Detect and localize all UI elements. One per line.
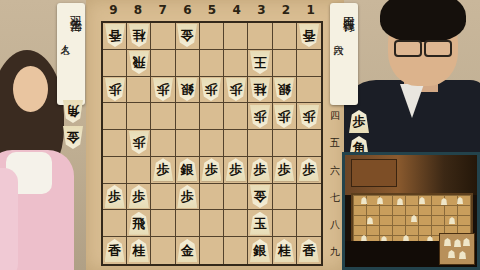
board-cell[interactable]: [224, 50, 248, 77]
rank-label: 七: [327, 184, 343, 211]
shogi-piece[interactable]: 歩: [153, 158, 173, 181]
board-cell[interactable]: 歩: [273, 157, 297, 184]
board-cell[interactable]: 歩: [273, 103, 297, 130]
piece-kanji: 歩: [108, 190, 121, 203]
shogi-piece[interactable]: 香: [105, 239, 125, 262]
piece-kanji: 香: [108, 244, 121, 257]
rank-label: 八: [327, 212, 343, 239]
board-cell[interactable]: [103, 103, 127, 130]
piece-kanji: 金: [181, 244, 194, 257]
piece-kanji: 桂: [132, 244, 145, 257]
shogi-piece[interactable]: 歩: [129, 131, 149, 154]
shogi-piece[interactable]: 歩: [177, 185, 197, 208]
piece-kanji: 歩: [278, 110, 291, 123]
shogi-piece[interactable]: 歩: [105, 185, 125, 208]
file-label: 3: [249, 2, 274, 19]
board-cell[interactable]: [273, 184, 297, 211]
piece-kanji: 飛: [132, 56, 145, 69]
shogi-piece[interactable]: 歩: [250, 158, 270, 181]
shogi-piece[interactable]: 桂: [250, 78, 270, 101]
board-cell[interactable]: [273, 23, 297, 50]
board-cell[interactable]: 桂: [248, 77, 272, 104]
shogi-piece[interactable]: 角: [63, 100, 83, 123]
board-cell[interactable]: [200, 50, 224, 77]
board-cell[interactable]: 金: [176, 23, 200, 50]
rank-label: 六: [327, 157, 343, 184]
shogi-piece[interactable]: 銀: [274, 78, 294, 101]
board-cell[interactable]: 飛: [127, 210, 151, 237]
shogi-piece[interactable]: 歩: [201, 78, 221, 101]
board-cell[interactable]: 歩: [151, 157, 175, 184]
shogi-piece[interactable]: 桂: [274, 239, 294, 262]
piece-kanji: 桂: [278, 244, 291, 257]
gote-player-name: 羽生善治: [67, 7, 84, 11]
shogi-piece[interactable]: 銀: [177, 158, 197, 181]
shogi-piece[interactable]: 歩: [105, 78, 125, 101]
board-cell[interactable]: [103, 130, 127, 157]
board-cell[interactable]: [200, 210, 224, 237]
piece-kanji: 歩: [181, 190, 194, 203]
file-label: 7: [150, 2, 175, 19]
gote-name-plate: 羽生善治 名人: [57, 3, 85, 105]
board-cell[interactable]: [297, 130, 321, 157]
board-cell[interactable]: [176, 130, 200, 157]
rank-label: 五: [327, 130, 343, 157]
board-cell[interactable]: [224, 184, 248, 211]
board-cell[interactable]: 歩: [248, 157, 272, 184]
board-cell[interactable]: [127, 103, 151, 130]
piece-kanji: 歩: [253, 110, 266, 123]
gote-hand-tray: 角金: [61, 100, 85, 149]
piece-kanji: 歩: [205, 83, 218, 96]
file-label: 8: [126, 2, 151, 19]
piece-kanji: 銀: [278, 83, 291, 96]
board-cell[interactable]: 歩: [297, 157, 321, 184]
board-cell[interactable]: 桂: [127, 237, 151, 264]
broadcast-frame: 987654321 香桂金香飛王歩歩銀歩歩桂銀歩歩歩歩歩銀歩歩歩歩歩歩歩歩金飛玉…: [0, 0, 480, 270]
file-label: 5: [200, 2, 225, 19]
board-cell[interactable]: 歩: [127, 130, 151, 157]
piece-kanji: 歩: [278, 163, 291, 176]
shogi-piece[interactable]: 歩: [226, 78, 246, 101]
shogi-piece[interactable]: 銀: [177, 78, 197, 101]
board-cell[interactable]: 歩: [103, 77, 127, 104]
board-cell[interactable]: [248, 130, 272, 157]
file-label: 9: [101, 2, 126, 19]
piece-kanji: 香: [302, 244, 315, 257]
piece-kanji: 桂: [132, 29, 145, 42]
board-cell[interactable]: 歩: [248, 103, 272, 130]
board-cell[interactable]: [151, 103, 175, 130]
shogi-piece[interactable]: 金: [177, 24, 197, 47]
piece-kanji: 歩: [229, 83, 242, 96]
board-cell[interactable]: [273, 130, 297, 157]
board-cell[interactable]: 香: [103, 23, 127, 50]
board-cell[interactable]: 銀: [273, 77, 297, 104]
rank-label: 九: [327, 239, 343, 266]
shogi-piece[interactable]: 香: [299, 24, 319, 47]
piece-kanji: 歩: [353, 115, 366, 128]
board-cell[interactable]: [127, 77, 151, 104]
board-cell[interactable]: 歩: [200, 77, 224, 104]
board-cell[interactable]: 歩: [127, 184, 151, 211]
file-label: 4: [224, 2, 249, 19]
board-grid: 香桂金香飛王歩歩銀歩歩桂銀歩歩歩歩歩銀歩歩歩歩歩歩歩歩金飛玉香桂金銀桂香: [101, 21, 323, 266]
hostess-face: [13, 66, 48, 112]
board-cell[interactable]: [224, 23, 248, 50]
shogi-piece[interactable]: 歩: [274, 158, 294, 181]
shogi-piece[interactable]: 歩: [349, 110, 369, 133]
shogi-piece[interactable]: 香: [299, 239, 319, 262]
board-cell[interactable]: [200, 130, 224, 157]
shogi-piece[interactable]: 飛: [129, 51, 149, 74]
board-cell[interactable]: [176, 210, 200, 237]
far-piece-stand: [351, 159, 397, 187]
board-cell[interactable]: 香: [103, 237, 127, 264]
shogi-piece[interactable]: 玉: [250, 212, 270, 235]
board-cell[interactable]: [297, 50, 321, 77]
board-cell[interactable]: [151, 184, 175, 211]
board-cell[interactable]: [151, 210, 175, 237]
board-cell[interactable]: 香: [297, 23, 321, 50]
player-hair: [380, 0, 466, 42]
rank-label: 四: [327, 103, 343, 130]
board-cell[interactable]: 歩: [224, 157, 248, 184]
board-cell[interactable]: 銀: [176, 77, 200, 104]
board-cell[interactable]: [151, 237, 175, 264]
piece-kanji: 香: [108, 29, 121, 42]
board-cell[interactable]: [200, 184, 224, 211]
board-cell[interactable]: 銀: [248, 237, 272, 264]
piece-kanji: 歩: [302, 163, 315, 176]
piece-kanji: 歩: [302, 110, 315, 123]
board-cell[interactable]: [103, 50, 127, 77]
board-cell[interactable]: 飛: [127, 50, 151, 77]
board-cell[interactable]: 香: [297, 237, 321, 264]
piece-kanji: 銀: [181, 163, 194, 176]
shogi-piece[interactable]: 金: [63, 126, 83, 149]
board-cell[interactable]: 歩: [297, 103, 321, 130]
board-cell[interactable]: 金: [248, 184, 272, 211]
shogi-piece[interactable]: 銀: [250, 239, 270, 262]
shogi-piece[interactable]: 歩: [201, 158, 221, 181]
shogi-piece[interactable]: 歩: [299, 105, 319, 128]
glasses-icon: [394, 40, 452, 54]
shogi-piece[interactable]: 歩: [274, 105, 294, 128]
shogi-piece[interactable]: 歩: [299, 158, 319, 181]
board-cell[interactable]: [103, 157, 127, 184]
piece-kanji: 歩: [132, 136, 145, 149]
shogi-piece[interactable]: 桂: [129, 239, 149, 262]
near-piece-stand: [439, 233, 475, 265]
piece-kanji: 銀: [181, 83, 194, 96]
board-cell[interactable]: [151, 23, 175, 50]
board-cell[interactable]: 歩: [224, 77, 248, 104]
board-cell[interactable]: [297, 210, 321, 237]
piece-kanji: 金: [253, 190, 266, 203]
piece-kanji: 金: [67, 131, 80, 144]
board-cell[interactable]: [200, 103, 224, 130]
board-cell[interactable]: [273, 50, 297, 77]
board-cell[interactable]: 王: [248, 50, 272, 77]
file-coordinates: 987654321: [101, 2, 323, 19]
piece-kanji: 歩: [205, 163, 218, 176]
board-cell[interactable]: [297, 77, 321, 104]
shogi-piece[interactable]: 歩: [153, 78, 173, 101]
shogi-piece[interactable]: 桂: [129, 24, 149, 47]
board-cell[interactable]: [127, 157, 151, 184]
piece-kanji: 歩: [253, 163, 266, 176]
board-cell[interactable]: [200, 23, 224, 50]
file-label: 1: [298, 2, 323, 19]
sente-name-plate: 窪田義行 六段: [330, 3, 358, 105]
board-diagram-panel: 987654321 香桂金香飛王歩歩銀歩歩桂銀歩歩歩歩歩銀歩歩歩歩歩歩歩歩金飛玉…: [86, 0, 344, 270]
board-cell[interactable]: [297, 184, 321, 211]
board-cell[interactable]: 歩: [151, 77, 175, 104]
board-cell[interactable]: 桂: [273, 237, 297, 264]
shogi-piece[interactable]: 金: [250, 185, 270, 208]
live-board-photo: [342, 152, 480, 270]
file-label: 2: [274, 2, 299, 19]
board-cell[interactable]: [273, 210, 297, 237]
board-cell[interactable]: [224, 237, 248, 264]
piece-kanji: 王: [253, 56, 266, 69]
board-cell[interactable]: [151, 50, 175, 77]
board-cell[interactable]: [248, 23, 272, 50]
piece-kanji: 歩: [157, 83, 170, 96]
shogi-piece[interactable]: 歩: [129, 185, 149, 208]
board-cell[interactable]: 桂: [127, 23, 151, 50]
board-cell[interactable]: 玉: [248, 210, 272, 237]
board-cell[interactable]: 歩: [176, 184, 200, 211]
board-cell[interactable]: [151, 130, 175, 157]
board-cell[interactable]: 歩: [103, 184, 127, 211]
shogi-piece[interactable]: 金: [177, 239, 197, 262]
piece-kanji: 歩: [108, 83, 121, 96]
piece-kanji: 香: [302, 29, 315, 42]
board-cell[interactable]: [224, 103, 248, 130]
piece-kanji: 歩: [229, 163, 242, 176]
board-cell[interactable]: [224, 210, 248, 237]
shogi-piece[interactable]: 歩: [226, 158, 246, 181]
hostess-cardigan: [0, 168, 18, 270]
piece-kanji: 銀: [253, 244, 266, 257]
shogi-piece[interactable]: 香: [105, 24, 125, 47]
board-cell[interactable]: [224, 130, 248, 157]
board-cell[interactable]: 銀: [176, 157, 200, 184]
piece-kanji: 歩: [157, 163, 170, 176]
board-cell[interactable]: [176, 50, 200, 77]
piece-kanji: 金: [181, 29, 194, 42]
board-cell[interactable]: 金: [176, 237, 200, 264]
shogi-piece[interactable]: 王: [250, 51, 270, 74]
board-cell[interactable]: [176, 103, 200, 130]
shogi-piece[interactable]: 歩: [250, 105, 270, 128]
piece-kanji: 歩: [132, 190, 145, 203]
shogi-piece[interactable]: 飛: [129, 212, 149, 235]
piece-kanji: 桂: [253, 83, 266, 96]
sente-player-name: 窪田義行: [340, 7, 357, 11]
board-cell[interactable]: [103, 210, 127, 237]
piece-kanji: 飛: [132, 217, 145, 230]
board-cell[interactable]: 歩: [200, 157, 224, 184]
board-cell[interactable]: [200, 237, 224, 264]
piece-kanji: 玉: [253, 217, 266, 230]
file-label: 6: [175, 2, 200, 19]
piece-kanji: 角: [67, 105, 80, 118]
